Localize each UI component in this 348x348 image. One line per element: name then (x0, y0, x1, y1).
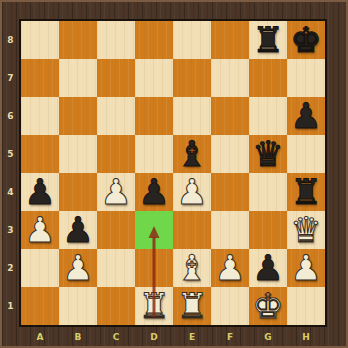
square-h6[interactable] (287, 97, 325, 135)
rank-label-2: 2 (2, 249, 19, 287)
file-label-D: D (135, 330, 173, 344)
square-d5[interactable] (135, 135, 173, 173)
square-f5[interactable] (211, 135, 249, 173)
square-b1[interactable] (59, 287, 97, 325)
square-d8[interactable] (135, 21, 173, 59)
square-g3[interactable] (249, 211, 287, 249)
rank-label-5: 5 (2, 135, 19, 173)
square-a7[interactable] (21, 59, 59, 97)
square-f8[interactable] (211, 21, 249, 59)
rank-label-4: 4 (2, 173, 19, 211)
square-b4[interactable] (59, 173, 97, 211)
square-c7[interactable] (97, 59, 135, 97)
square-e6[interactable] (173, 97, 211, 135)
square-a2[interactable] (21, 249, 59, 287)
file-label-F: F (211, 330, 249, 344)
square-c2[interactable] (97, 249, 135, 287)
rank-label-3: 3 (2, 211, 19, 249)
square-b7[interactable] (59, 59, 97, 97)
squares-layer (21, 21, 325, 325)
square-b5[interactable] (59, 135, 97, 173)
square-b2[interactable] (59, 249, 97, 287)
square-d2[interactable] (135, 249, 173, 287)
square-e7[interactable] (173, 59, 211, 97)
square-h8[interactable] (287, 21, 325, 59)
square-e5[interactable] (173, 135, 211, 173)
square-a5[interactable] (21, 135, 59, 173)
square-h2[interactable] (287, 249, 325, 287)
square-h3[interactable] (287, 211, 325, 249)
square-d6[interactable] (135, 97, 173, 135)
chessboard-frame: 87654321 ♜♚♟♝♛♟♟♟♟♜♟♟♛♟♝♟♟♟♜♜♚ ABCDEFGH (0, 0, 348, 348)
square-f1[interactable] (211, 287, 249, 325)
square-b8[interactable] (59, 21, 97, 59)
square-g8[interactable] (249, 21, 287, 59)
square-f6[interactable] (211, 97, 249, 135)
file-label-G: G (249, 330, 287, 344)
square-f2[interactable] (211, 249, 249, 287)
square-g6[interactable] (249, 97, 287, 135)
square-d1[interactable] (135, 287, 173, 325)
file-label-C: C (97, 330, 135, 344)
square-h7[interactable] (287, 59, 325, 97)
square-h5[interactable] (287, 135, 325, 173)
square-f7[interactable] (211, 59, 249, 97)
square-c4[interactable] (97, 173, 135, 211)
rank-label-1: 1 (2, 287, 19, 325)
square-g2[interactable] (249, 249, 287, 287)
square-c3[interactable] (97, 211, 135, 249)
square-e8[interactable] (173, 21, 211, 59)
square-b6[interactable] (59, 97, 97, 135)
square-d4[interactable] (135, 173, 173, 211)
square-a1[interactable] (21, 287, 59, 325)
rank-label-6: 6 (2, 97, 19, 135)
square-b3[interactable] (59, 211, 97, 249)
square-d3[interactable] (135, 211, 173, 249)
square-g7[interactable] (249, 59, 287, 97)
square-c8[interactable] (97, 21, 135, 59)
square-c1[interactable] (97, 287, 135, 325)
square-e3[interactable] (173, 211, 211, 249)
square-a3[interactable] (21, 211, 59, 249)
square-h1[interactable] (287, 287, 325, 325)
square-f4[interactable] (211, 173, 249, 211)
square-h4[interactable] (287, 173, 325, 211)
square-g4[interactable] (249, 173, 287, 211)
rank-label-7: 7 (2, 59, 19, 97)
rank-label-8: 8 (2, 21, 19, 59)
square-e4[interactable] (173, 173, 211, 211)
chess-board: ♜♚♟♝♛♟♟♟♟♜♟♟♛♟♝♟♟♟♜♜♚ (19, 19, 327, 327)
square-f3[interactable] (211, 211, 249, 249)
file-label-B: B (59, 330, 97, 344)
square-d7[interactable] (135, 59, 173, 97)
file-label-H: H (287, 330, 325, 344)
square-c6[interactable] (97, 97, 135, 135)
square-a8[interactable] (21, 21, 59, 59)
file-label-E: E (173, 330, 211, 344)
square-c5[interactable] (97, 135, 135, 173)
square-a4[interactable] (21, 173, 59, 211)
square-g5[interactable] (249, 135, 287, 173)
square-e2[interactable] (173, 249, 211, 287)
square-a6[interactable] (21, 97, 59, 135)
square-e1[interactable] (173, 287, 211, 325)
file-label-A: A (21, 330, 59, 344)
square-g1[interactable] (249, 287, 287, 325)
